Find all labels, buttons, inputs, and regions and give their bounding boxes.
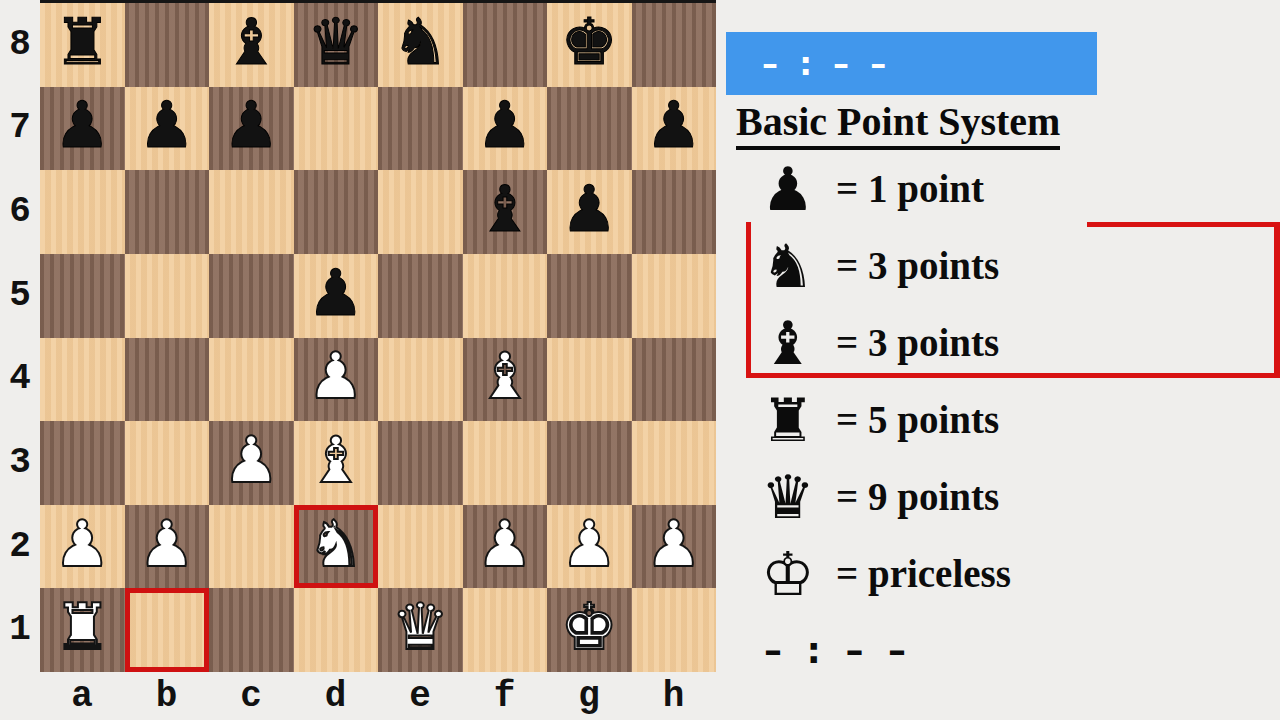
white-pawn-a2[interactable]: ♟ <box>54 512 111 576</box>
white-knight-d2[interactable]: ♞ <box>307 512 364 576</box>
legend-row-bishop: ♝ = 3 points <box>750 304 1170 381</box>
square-g5[interactable] <box>547 254 632 338</box>
white-bishop-f4[interactable]: ♝ <box>476 344 533 408</box>
square-c7[interactable]: ♟ <box>209 87 294 171</box>
square-d1[interactable] <box>294 588 379 672</box>
square-g3[interactable] <box>547 421 632 505</box>
square-c6[interactable] <box>209 170 294 254</box>
square-b3[interactable] <box>125 421 210 505</box>
black-rook-a8[interactable]: ♜ <box>54 10 111 74</box>
square-b2[interactable]: ♟ <box>125 505 210 589</box>
square-d3[interactable]: ♝ <box>294 421 379 505</box>
square-c5[interactable] <box>209 254 294 338</box>
annotation-box-left-edge <box>746 222 751 378</box>
square-a8[interactable]: ♜ <box>40 3 125 87</box>
square-e4[interactable] <box>378 338 463 422</box>
square-c1[interactable] <box>209 588 294 672</box>
square-f2[interactable]: ♟ <box>463 505 548 589</box>
square-a6[interactable] <box>40 170 125 254</box>
square-a1[interactable]: ♜ <box>40 588 125 672</box>
points-legend: ♟ = 1 point ♞ = 3 points ♝ = 3 points ♜ … <box>750 150 1170 612</box>
square-d6[interactable] <box>294 170 379 254</box>
white-king-g1[interactable]: ♚ <box>561 595 618 659</box>
square-a5[interactable] <box>40 254 125 338</box>
chess-board: ♜♝♛♞♚♟♟♟♟♟♝♟♟♟♝♟♝♟♟♞♟♟♟♜♛♚ <box>40 3 716 672</box>
square-e2[interactable] <box>378 505 463 589</box>
white-pawn-f2[interactable]: ♟ <box>476 512 533 576</box>
legend-row-bishop-label: = 3 points <box>836 320 999 365</box>
square-d2[interactable]: ♞ <box>294 505 379 589</box>
file-label-d: d <box>294 676 378 717</box>
square-g4[interactable] <box>547 338 632 422</box>
black-king-g8[interactable]: ♚ <box>561 10 618 74</box>
square-c3[interactable]: ♟ <box>209 421 294 505</box>
rank-label-5: 5 <box>0 275 40 316</box>
file-label-g: g <box>547 676 631 717</box>
square-b4[interactable] <box>125 338 210 422</box>
square-f7[interactable]: ♟ <box>463 87 548 171</box>
king-icon: ♔ <box>750 544 826 604</box>
square-f6[interactable]: ♝ <box>463 170 548 254</box>
white-bishop-d3[interactable]: ♝ <box>307 428 364 492</box>
square-b1[interactable] <box>125 588 210 672</box>
timer-top: – : – – <box>726 32 1097 95</box>
square-h6[interactable] <box>632 170 717 254</box>
white-pawn-g2[interactable]: ♟ <box>561 512 618 576</box>
black-pawn-g6[interactable]: ♟ <box>561 177 618 241</box>
rank-label-1: 1 <box>0 609 40 650</box>
timer-bottom: – : – – <box>764 628 912 672</box>
square-h1[interactable] <box>632 588 717 672</box>
rook-icon: ♜ <box>750 390 826 450</box>
rank-label-3: 3 <box>0 442 40 483</box>
square-a7[interactable]: ♟ <box>40 87 125 171</box>
square-b5[interactable] <box>125 254 210 338</box>
legend-title: Basic Point System <box>736 98 1060 150</box>
black-pawn-b7[interactable]: ♟ <box>138 93 195 157</box>
rank-label-2: 2 <box>0 526 40 567</box>
square-g6[interactable]: ♟ <box>547 170 632 254</box>
square-g2[interactable]: ♟ <box>547 505 632 589</box>
square-a4[interactable] <box>40 338 125 422</box>
file-label-c: c <box>209 676 293 717</box>
black-pawn-a7[interactable]: ♟ <box>54 93 111 157</box>
square-g7[interactable] <box>547 87 632 171</box>
square-h7[interactable]: ♟ <box>632 87 717 171</box>
legend-row-queen-label: = 9 points <box>836 474 999 519</box>
square-h5[interactable] <box>632 254 717 338</box>
black-pawn-f7[interactable]: ♟ <box>476 93 533 157</box>
black-pawn-d5[interactable]: ♟ <box>307 261 364 325</box>
file-label-a: a <box>40 676 124 717</box>
legend-row-rook: ♜ = 5 points <box>750 381 1170 458</box>
square-e6[interactable] <box>378 170 463 254</box>
square-f8[interactable] <box>463 3 548 87</box>
white-pawn-b2[interactable]: ♟ <box>138 512 195 576</box>
legend-row-rook-label: = 5 points <box>836 397 999 442</box>
square-a2[interactable]: ♟ <box>40 505 125 589</box>
square-d8[interactable]: ♛ <box>294 3 379 87</box>
legend-row-pawn: ♟ = 1 point <box>750 150 1170 227</box>
square-h4[interactable] <box>632 338 717 422</box>
square-b7[interactable]: ♟ <box>125 87 210 171</box>
queen-icon: ♛ <box>750 467 826 527</box>
rank-label-7: 7 <box>0 107 40 148</box>
black-knight-e8[interactable]: ♞ <box>392 10 449 74</box>
square-f4[interactable]: ♝ <box>463 338 548 422</box>
square-b8[interactable] <box>125 3 210 87</box>
square-c4[interactable] <box>209 338 294 422</box>
square-d4[interactable]: ♟ <box>294 338 379 422</box>
square-f5[interactable] <box>463 254 548 338</box>
pawn-icon: ♟ <box>750 159 826 219</box>
square-a3[interactable] <box>40 421 125 505</box>
white-queen-e1[interactable]: ♛ <box>392 595 449 659</box>
rank-label-8: 8 <box>0 24 40 65</box>
square-d5[interactable]: ♟ <box>294 254 379 338</box>
knight-icon: ♞ <box>750 236 826 296</box>
square-f3[interactable] <box>463 421 548 505</box>
square-e3[interactable] <box>378 421 463 505</box>
timer-top-value: – : – – <box>762 45 891 83</box>
legend-row-king-label: = priceless <box>836 551 1011 596</box>
black-bishop-f6[interactable]: ♝ <box>476 177 533 241</box>
square-c2[interactable] <box>209 505 294 589</box>
square-c8[interactable]: ♝ <box>209 3 294 87</box>
square-f1[interactable] <box>463 588 548 672</box>
square-g8[interactable]: ♚ <box>547 3 632 87</box>
black-queen-d8[interactable]: ♛ <box>307 10 364 74</box>
square-e8[interactable]: ♞ <box>378 3 463 87</box>
legend-row-queen: ♛ = 9 points <box>750 458 1170 535</box>
file-label-f: f <box>463 676 547 717</box>
square-d7[interactable] <box>294 87 379 171</box>
black-pawn-h7[interactable]: ♟ <box>645 93 702 157</box>
file-label-b: b <box>125 676 209 717</box>
white-pawn-d4[interactable]: ♟ <box>307 344 364 408</box>
file-label-h: h <box>632 676 716 717</box>
square-h2[interactable]: ♟ <box>632 505 717 589</box>
square-h3[interactable] <box>632 421 717 505</box>
square-e7[interactable] <box>378 87 463 171</box>
legend-row-knight: ♞ = 3 points <box>750 227 1170 304</box>
white-rook-a1[interactable]: ♜ <box>54 595 111 659</box>
annotation-box-bottom-edge <box>746 373 1280 378</box>
legend-row-knight-label: = 3 points <box>836 243 999 288</box>
rank-label-4: 4 <box>0 358 40 399</box>
rank-label-6: 6 <box>0 191 40 232</box>
annotation-box-top-edge <box>1087 222 1280 227</box>
legend-row-king: ♔ = priceless <box>750 535 1170 612</box>
timer-bottom-value: – : – – <box>764 630 912 671</box>
black-pawn-c7[interactable]: ♟ <box>223 93 280 157</box>
annotation-box-right-edge <box>1274 222 1280 378</box>
square-e5[interactable] <box>378 254 463 338</box>
square-g1[interactable]: ♚ <box>547 588 632 672</box>
square-b6[interactable] <box>125 170 210 254</box>
white-pawn-h2[interactable]: ♟ <box>645 512 702 576</box>
square-e1[interactable]: ♛ <box>378 588 463 672</box>
black-bishop-c8[interactable]: ♝ <box>223 10 280 74</box>
file-label-e: e <box>378 676 462 717</box>
bishop-icon: ♝ <box>750 313 826 373</box>
square-h8[interactable] <box>632 3 717 87</box>
white-pawn-c3[interactable]: ♟ <box>223 428 280 492</box>
legend-row-pawn-label: = 1 point <box>836 166 984 211</box>
